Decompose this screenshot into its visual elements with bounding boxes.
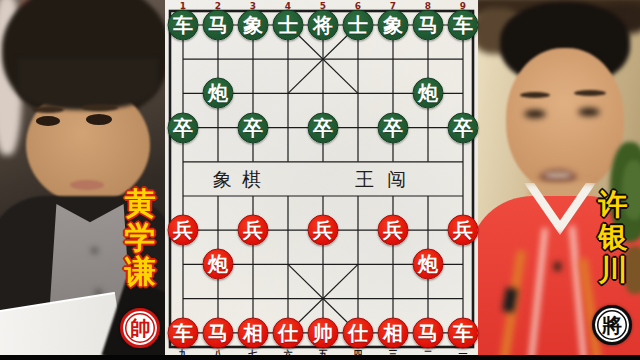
piece-red-车[interactable]: 车 (168, 317, 199, 348)
piece-green-象[interactable]: 象 (238, 10, 269, 41)
left-eye (524, 110, 546, 118)
piece-green-车[interactable]: 车 (448, 10, 479, 41)
name-char: 黄 (123, 186, 157, 220)
piece-red-仕[interactable]: 仕 (273, 317, 304, 348)
piece-red-炮[interactable]: 炮 (203, 249, 234, 280)
shirt-button-1 (92, 248, 97, 253)
piece-green-象[interactable]: 象 (378, 10, 409, 41)
teeth (544, 173, 572, 178)
red-general-badge: 帥 (120, 308, 160, 348)
piece-red-兵[interactable]: 兵 (238, 215, 269, 246)
zipper-pull (554, 262, 561, 271)
name-char: 许 (597, 188, 629, 221)
right-eyebrow (574, 90, 606, 96)
video-frame: 123456789 九八七六五四三二一 象棋 王闯 车马象士将士象马车炮炮卒卒卒… (0, 0, 640, 360)
piece-green-士[interactable]: 士 (273, 10, 304, 41)
right-eyebrow (82, 104, 118, 111)
piece-green-卒[interactable]: 卒 (378, 112, 409, 143)
right-player-name: 许银川 (597, 188, 629, 287)
river-text-left: 象棋 (213, 165, 271, 193)
piece-green-马[interactable]: 马 (413, 10, 444, 41)
piece-green-将[interactable]: 将 (308, 10, 339, 41)
piece-red-相[interactable]: 相 (238, 317, 269, 348)
piece-red-兵[interactable]: 兵 (448, 215, 479, 246)
name-char: 学 (123, 220, 157, 254)
right-eye (578, 108, 600, 116)
left-player-name: 黄学谦 (123, 186, 157, 288)
name-char: 谦 (123, 254, 157, 288)
piece-green-士[interactable]: 士 (343, 10, 374, 41)
green-general-badge: 將 (592, 305, 632, 345)
piece-red-兵[interactable]: 兵 (308, 215, 339, 246)
piece-red-车[interactable]: 车 (448, 317, 479, 348)
board-grid-lines (165, 0, 478, 360)
piece-red-相[interactable]: 相 (378, 317, 409, 348)
xiangqi-board: 123456789 九八七六五四三二一 象棋 王闯 车马象士将士象马车炮炮卒卒卒… (165, 0, 478, 360)
river-text-right: 王闯 (355, 165, 419, 193)
left-eyebrow (32, 106, 64, 113)
right-eye (86, 114, 112, 125)
name-char: 川 (597, 254, 629, 287)
letterbox-bar (0, 355, 640, 360)
piece-red-仕[interactable]: 仕 (343, 317, 374, 348)
piece-green-卒[interactable]: 卒 (238, 112, 269, 143)
piece-red-兵[interactable]: 兵 (168, 215, 199, 246)
left-eyebrow (520, 92, 550, 98)
piece-red-兵[interactable]: 兵 (378, 215, 409, 246)
mouth (70, 180, 104, 190)
piece-green-车[interactable]: 车 (168, 10, 199, 41)
piece-green-卒[interactable]: 卒 (448, 112, 479, 143)
name-char: 银 (597, 221, 629, 254)
piece-red-炮[interactable]: 炮 (413, 249, 444, 280)
piece-green-卒[interactable]: 卒 (168, 112, 199, 143)
left-player-photo (0, 0, 165, 360)
piece-green-炮[interactable]: 炮 (203, 78, 234, 109)
piece-red-帅[interactable]: 帅 (308, 317, 339, 348)
piece-green-卒[interactable]: 卒 (308, 112, 339, 143)
piece-green-马[interactable]: 马 (203, 10, 234, 41)
piece-red-马[interactable]: 马 (203, 317, 234, 348)
piece-red-马[interactable]: 马 (413, 317, 444, 348)
left-eye (36, 116, 60, 126)
hair-fringe (18, 58, 158, 110)
piece-green-炮[interactable]: 炮 (413, 78, 444, 109)
